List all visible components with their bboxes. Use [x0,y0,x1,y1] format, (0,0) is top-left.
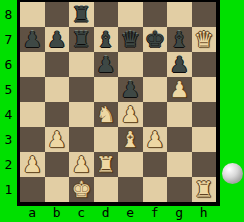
rank-label-1: 1 [0,177,17,202]
white-queen-h7[interactable]: ♛ [194,29,214,51]
file-label-g: g [167,205,192,221]
file-label-h: h [192,205,217,221]
square-a4[interactable] [20,102,45,127]
square-b2[interactable] [45,152,70,177]
white-pawn-c2[interactable]: ♟ [71,154,91,176]
white-pawn-e4[interactable]: ♟ [120,104,140,126]
square-c2[interactable]: ♟ [69,152,94,177]
square-g3[interactable] [167,127,192,152]
square-d1[interactable] [94,177,119,202]
black-rook-c7[interactable]: ♜ [71,29,91,51]
square-g2[interactable] [167,152,192,177]
white-rook-h1[interactable]: ♜ [194,179,214,201]
square-c6[interactable] [69,52,94,77]
square-b6[interactable] [45,52,70,77]
square-e4[interactable]: ♟ [118,102,143,127]
rank-label-2: 2 [0,152,17,177]
square-b4[interactable] [45,102,70,127]
file-label-f: f [143,205,168,221]
rank-label-4: 4 [0,102,17,127]
black-bishop-g7[interactable]: ♝ [169,29,189,51]
square-e5[interactable]: ♟ [118,77,143,102]
square-g6[interactable]: ♟ [167,52,192,77]
square-d3[interactable] [94,127,119,152]
black-pawn-e5[interactable]: ♟ [120,79,140,101]
chess-board: ♜♟♟♜♝♛♚♝♛♟♟♟♟♞♟♟♝♟♟♟♜♚♜ [20,2,216,202]
square-b8[interactable] [45,2,70,27]
square-d4[interactable]: ♞ [94,102,119,127]
square-e7[interactable]: ♛ [118,27,143,52]
black-pawn-g6[interactable]: ♟ [169,54,189,76]
rank-labels: 87654321 [0,2,17,202]
file-label-d: d [94,205,119,221]
square-f7[interactable]: ♚ [143,27,168,52]
square-f5[interactable] [143,77,168,102]
square-h1[interactable]: ♜ [192,177,217,202]
square-e8[interactable] [118,2,143,27]
square-d8[interactable] [94,2,119,27]
white-king-c1[interactable]: ♚ [71,179,91,201]
square-f2[interactable] [143,152,168,177]
square-d5[interactable] [94,77,119,102]
square-f8[interactable] [143,2,168,27]
square-c1[interactable]: ♚ [69,177,94,202]
square-e6[interactable] [118,52,143,77]
square-a8[interactable] [20,2,45,27]
black-queen-e7[interactable]: ♛ [120,29,140,51]
square-e3[interactable]: ♝ [118,127,143,152]
square-c4[interactable] [69,102,94,127]
square-a3[interactable] [20,127,45,152]
white-pawn-f3[interactable]: ♟ [145,129,165,151]
rank-label-8: 8 [0,2,17,27]
square-b7[interactable]: ♟ [45,27,70,52]
square-b3[interactable]: ♟ [45,127,70,152]
square-c3[interactable] [69,127,94,152]
black-pawn-b7[interactable]: ♟ [47,29,67,51]
square-g7[interactable]: ♝ [167,27,192,52]
square-d6[interactable]: ♟ [94,52,119,77]
square-e1[interactable] [118,177,143,202]
square-a5[interactable] [20,77,45,102]
square-h6[interactable] [192,52,217,77]
square-b5[interactable] [45,77,70,102]
square-h5[interactable] [192,77,217,102]
square-g4[interactable] [167,102,192,127]
side-to-move-indicator [222,163,243,184]
white-pawn-g5[interactable]: ♟ [169,79,189,101]
square-d2[interactable]: ♜ [94,152,119,177]
black-pawn-a7[interactable]: ♟ [22,29,42,51]
square-f3[interactable]: ♟ [143,127,168,152]
square-f1[interactable] [143,177,168,202]
white-knight-d4[interactable]: ♞ [96,104,116,126]
square-a6[interactable] [20,52,45,77]
file-label-c: c [69,205,94,221]
rank-label-5: 5 [0,77,17,102]
square-g8[interactable] [167,2,192,27]
black-bishop-d7[interactable]: ♝ [96,29,116,51]
square-b1[interactable] [45,177,70,202]
board-frame: ♜♟♟♜♝♛♚♝♛♟♟♟♟♞♟♟♝♟♟♟♜♚♜ [17,0,220,206]
file-label-a: a [20,205,45,221]
black-king-f7[interactable]: ♚ [145,29,165,51]
square-h7[interactable]: ♛ [192,27,217,52]
square-c8[interactable]: ♜ [69,2,94,27]
square-f6[interactable] [143,52,168,77]
rank-label-3: 3 [0,127,17,152]
square-h4[interactable] [192,102,217,127]
square-g5[interactable]: ♟ [167,77,192,102]
square-c5[interactable] [69,77,94,102]
square-f4[interactable] [143,102,168,127]
file-label-b: b [45,205,70,221]
square-a2[interactable]: ♟ [20,152,45,177]
square-g1[interactable] [167,177,192,202]
square-a1[interactable] [20,177,45,202]
black-pawn-d6[interactable]: ♟ [96,54,116,76]
square-c7[interactable]: ♜ [69,27,94,52]
white-bishop-e3[interactable]: ♝ [120,129,140,151]
square-h2[interactable] [192,152,217,177]
square-d7[interactable]: ♝ [94,27,119,52]
square-e2[interactable] [118,152,143,177]
file-labels: abcdefgh [20,205,216,221]
rank-label-7: 7 [0,27,17,52]
white-pawn-a2[interactable]: ♟ [22,154,42,176]
white-rook-d2[interactable]: ♜ [96,154,116,176]
square-h8[interactable] [192,2,217,27]
black-rook-c8[interactable]: ♜ [71,4,91,26]
square-a7[interactable]: ♟ [20,27,45,52]
white-pawn-b3[interactable]: ♟ [47,129,67,151]
rank-label-6: 6 [0,52,17,77]
file-label-e: e [118,205,143,221]
square-h3[interactable] [192,127,217,152]
